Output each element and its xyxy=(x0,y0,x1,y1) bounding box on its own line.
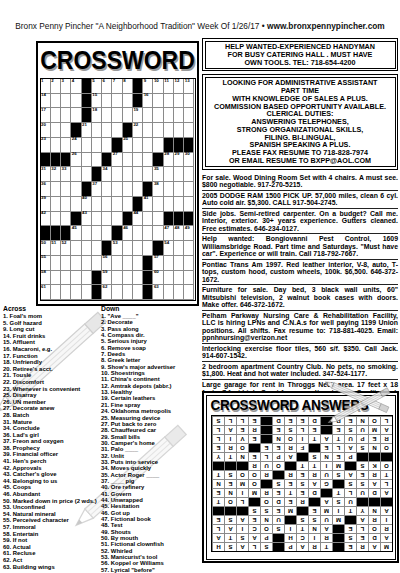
answer-cell: S xyxy=(344,425,356,434)
cell-number: 62 xyxy=(103,285,108,290)
grid-cell[interactable] xyxy=(153,226,163,241)
grid-cell[interactable]: 34 xyxy=(102,167,112,182)
answer-cell: L xyxy=(332,443,344,452)
grid-cell[interactable] xyxy=(102,108,112,123)
answer-black-cell xyxy=(296,452,308,461)
grid-cell[interactable] xyxy=(51,94,61,109)
clue-item: 25. Disarray xyxy=(3,392,98,399)
grid-cell[interactable] xyxy=(174,182,184,197)
grid-cell[interactable] xyxy=(153,108,163,123)
grid-cell[interactable]: 13 xyxy=(184,79,194,94)
grid-cell[interactable] xyxy=(123,241,133,256)
grid-cell[interactable] xyxy=(174,197,184,212)
grid-cell[interactable]: 26 xyxy=(71,153,81,168)
cell-number: 43 xyxy=(82,211,87,216)
grid-cell[interactable] xyxy=(61,138,71,153)
grid-cell[interactable]: 35 xyxy=(153,167,163,182)
grid-cell[interactable] xyxy=(164,256,174,271)
grid-cell[interactable]: 2 xyxy=(51,79,61,94)
cell-number: 63 xyxy=(154,285,159,290)
grid-cell[interactable] xyxy=(112,94,122,109)
grid-cell[interactable] xyxy=(82,241,92,256)
answer-cell: I xyxy=(332,506,344,515)
masthead-website: www.bronxpennypincher.com xyxy=(267,21,385,31)
cell-number: 41 xyxy=(144,196,149,201)
answer-black-cell xyxy=(344,461,356,470)
grid-cell[interactable] xyxy=(123,108,133,123)
grid-cell[interactable]: 54 xyxy=(164,241,174,256)
grid-cell[interactable] xyxy=(153,94,163,109)
grid-cell[interactable] xyxy=(92,241,102,256)
grid-cell[interactable]: 47 xyxy=(164,226,174,241)
grid-cell[interactable] xyxy=(112,285,122,300)
grid-cell[interactable] xyxy=(51,182,61,197)
answer-black-cell xyxy=(272,533,284,542)
cell-number: 54 xyxy=(164,241,169,246)
grid-cell[interactable] xyxy=(174,123,184,138)
grid-cell[interactable] xyxy=(164,108,174,123)
classified-ads-column: HELP WANTED-EXPERIENCED HANDYMANFOR BUSY… xyxy=(202,38,398,423)
grid-cell[interactable] xyxy=(71,271,81,286)
cell-number: 5 xyxy=(92,79,94,84)
classified-ad: For sale. Wood Dining Room Set with 4 ch… xyxy=(202,173,398,191)
answer-black-cell xyxy=(248,443,260,452)
boxed-ad: LOOKING FOR ADMINISTRATIVE ASSISTANTPART… xyxy=(202,74,398,169)
clue-item: 43. Catcher's glove xyxy=(3,471,98,478)
grid-cell[interactable] xyxy=(123,94,133,109)
grid-cell[interactable] xyxy=(71,94,81,109)
cell-number: 36 xyxy=(41,182,46,187)
answer-cell: L xyxy=(344,488,356,497)
grid-cell[interactable]: 25 xyxy=(123,138,133,153)
grid-cell[interactable] xyxy=(133,285,143,300)
grid-cell[interactable]: 27 xyxy=(112,153,122,168)
answer-cell: I xyxy=(308,533,320,542)
cell-number: 34 xyxy=(103,167,108,172)
grid-cell[interactable] xyxy=(61,123,71,138)
cell-number: 45 xyxy=(72,226,77,231)
grid-cell[interactable]: 22 xyxy=(133,123,143,138)
answer-cell: E xyxy=(248,416,260,425)
grid-cell[interactable]: 43 xyxy=(82,212,92,227)
answer-cell: E xyxy=(344,416,356,425)
answer-cell: O xyxy=(236,470,248,479)
grid-cell[interactable] xyxy=(61,182,71,197)
grid-cell[interactable]: 45 xyxy=(71,226,81,241)
grid-cell[interactable] xyxy=(92,226,102,241)
answer-black-cell xyxy=(308,443,320,452)
classified-ad: Interlocking exercise floor tiles, 560 s… xyxy=(202,344,398,362)
grid-cell[interactable] xyxy=(51,197,61,212)
answer-cell: A xyxy=(224,425,236,434)
grid-cell[interactable]: 63 xyxy=(153,285,163,300)
grid-cell[interactable]: 23 xyxy=(41,138,51,153)
grid-cell[interactable]: 51 xyxy=(51,241,61,256)
grid-cell[interactable]: 18 xyxy=(92,108,102,123)
grid-cell[interactable] xyxy=(153,197,163,212)
grid-cell[interactable]: 10 xyxy=(153,79,163,94)
answer-cell: T xyxy=(212,497,224,506)
grid-cell[interactable]: 29 xyxy=(174,153,184,168)
grid-cell[interactable] xyxy=(51,138,61,153)
grid-cell[interactable]: 7 xyxy=(112,79,122,94)
grid-cell[interactable] xyxy=(102,123,112,138)
grid-cell[interactable] xyxy=(92,212,102,227)
clue-item: 57. Immoral xyxy=(3,524,98,531)
grid-cell[interactable] xyxy=(164,197,174,212)
grid-cell[interactable] xyxy=(184,241,194,256)
answers-grid: MARETRAPSLASHADESRICHPASTAROLEANTISOCIAL… xyxy=(211,415,393,552)
grid-cell[interactable] xyxy=(51,123,61,138)
grid-cell[interactable] xyxy=(133,153,143,168)
grid-cell[interactable] xyxy=(82,153,92,168)
grid-cell[interactable] xyxy=(82,167,92,182)
grid-cell[interactable] xyxy=(153,138,163,153)
grid-cell[interactable] xyxy=(71,241,81,256)
answer-cell: T xyxy=(224,452,236,461)
grid-cell[interactable] xyxy=(174,108,184,123)
boxed-ad: HELP WANTED-EXPERIENCED HANDYMANFOR BUSY… xyxy=(202,38,398,71)
answer-cell: R xyxy=(260,470,272,479)
grid-cell[interactable] xyxy=(164,123,174,138)
grid-cell[interactable] xyxy=(143,226,153,241)
clue-item: 62. Act xyxy=(3,557,98,564)
grid-cell[interactable]: 21 xyxy=(82,123,92,138)
grid-cell[interactable]: 32 xyxy=(51,167,61,182)
grid-cell[interactable]: 48 xyxy=(174,226,184,241)
answer-cell: L xyxy=(260,452,272,461)
black-cell xyxy=(143,285,153,300)
grid-cell[interactable] xyxy=(51,212,61,227)
clue-item: 59. If not xyxy=(3,537,98,544)
answer-cell: P xyxy=(344,452,356,461)
grid-cell[interactable] xyxy=(164,271,174,286)
grid-cell[interactable] xyxy=(112,123,122,138)
grid-cell[interactable]: 33 xyxy=(61,167,71,182)
grid-cell[interactable]: 11 xyxy=(164,79,174,94)
grid-cell[interactable] xyxy=(174,256,184,271)
cell-number: 28 xyxy=(164,152,169,157)
answer-black-cell xyxy=(212,461,224,470)
cell-number: 25 xyxy=(123,137,128,142)
grid-cell[interactable]: 52 xyxy=(61,241,71,256)
grid-cell[interactable] xyxy=(143,241,153,256)
answer-cell: A xyxy=(284,452,296,461)
answer-black-cell xyxy=(344,515,356,524)
cell-number: 46 xyxy=(123,226,128,231)
answer-cell: E xyxy=(332,425,344,434)
answer-cell: E xyxy=(224,479,236,488)
grid-cell[interactable] xyxy=(133,241,143,256)
grid-cell[interactable]: 28 xyxy=(164,153,174,168)
cell-number: 29 xyxy=(174,152,179,157)
grid-cell[interactable] xyxy=(164,94,174,109)
grid-cell[interactable] xyxy=(92,256,102,271)
grid-cell[interactable] xyxy=(174,241,184,256)
grid-cell[interactable] xyxy=(143,153,153,168)
grid-cell[interactable] xyxy=(102,182,112,197)
classified-ad: Pontiac Trans Am 1997. Red leather inter… xyxy=(202,260,398,286)
grid-cell[interactable] xyxy=(82,256,92,271)
grid-cell[interactable]: 44 xyxy=(133,212,143,227)
answer-cell: A xyxy=(236,515,248,524)
answer-cell: N xyxy=(356,416,368,425)
grid-cell[interactable] xyxy=(184,94,194,109)
grid-cell[interactable]: 42 xyxy=(41,212,51,227)
grid-cell[interactable]: 61 xyxy=(41,285,51,300)
grid-cell[interactable] xyxy=(61,94,71,109)
grid-cell[interactable] xyxy=(174,285,184,300)
cell-number: 51 xyxy=(51,241,56,246)
black-cell xyxy=(82,108,92,123)
grid-cell[interactable] xyxy=(123,197,133,212)
answer-cell: M xyxy=(368,425,380,434)
answer-cell: O xyxy=(380,461,392,470)
cell-number: 26 xyxy=(72,152,77,157)
answer-cell: M xyxy=(320,506,332,515)
cell-number: 14 xyxy=(41,93,46,98)
grid-cell[interactable]: 41 xyxy=(143,197,153,212)
answer-black-cell xyxy=(284,461,296,470)
answer-cell: D xyxy=(308,416,320,425)
clue-item: 53. Unconfined xyxy=(3,504,98,511)
answer-cell: N xyxy=(272,434,284,443)
answer-cell: E xyxy=(284,479,296,488)
cell-number: 30 xyxy=(185,152,190,157)
grid-cell[interactable] xyxy=(82,226,92,241)
grid-cell[interactable] xyxy=(71,197,81,212)
grid-cell[interactable]: 17 xyxy=(41,108,51,123)
grid-cell[interactable] xyxy=(174,271,184,286)
grid-cell[interactable] xyxy=(112,271,122,286)
answer-cell: F xyxy=(296,443,308,452)
answer-black-cell xyxy=(356,452,368,461)
grid-cell[interactable] xyxy=(184,256,194,271)
grid-cell[interactable] xyxy=(133,182,143,197)
grid-cell[interactable] xyxy=(123,153,133,168)
grid-cell[interactable] xyxy=(51,271,61,286)
grid-cell[interactable] xyxy=(102,212,112,227)
answer-cell: T xyxy=(212,470,224,479)
clue-item: 60. Actual xyxy=(3,544,98,551)
grid-cell[interactable] xyxy=(61,285,71,300)
answer-cell: R xyxy=(248,461,260,470)
answer-cell: P xyxy=(356,434,368,443)
grid-cell[interactable] xyxy=(123,256,133,271)
grid-cell[interactable] xyxy=(133,226,143,241)
black-cell xyxy=(92,167,102,182)
answer-cell: G xyxy=(320,479,332,488)
grid-cell[interactable] xyxy=(71,108,81,123)
grid-cell[interactable] xyxy=(92,197,102,212)
classified-ad: Side jobs. Semi-retired carpenter. On a … xyxy=(202,209,398,235)
answer-cell: T xyxy=(296,524,308,533)
grid-cell[interactable]: 4 xyxy=(71,79,81,94)
grid-cell[interactable] xyxy=(112,167,122,182)
clue-item: 42. Approvals xyxy=(3,465,98,472)
grid-cell[interactable]: 3 xyxy=(61,79,71,94)
grid-cell[interactable] xyxy=(71,167,81,182)
cell-number: 53 xyxy=(113,241,118,246)
grid-cell[interactable] xyxy=(112,256,122,271)
answer-cell: S xyxy=(260,542,272,551)
cell-number: 55 xyxy=(41,255,46,260)
grid-cell[interactable] xyxy=(71,285,81,300)
answer-cell: R xyxy=(308,470,320,479)
answer-cell: O xyxy=(368,524,380,533)
grid-cell[interactable]: 53 xyxy=(112,241,122,256)
answer-cell: S xyxy=(296,479,308,488)
grid-cell[interactable] xyxy=(112,182,122,197)
across-clues: Across 1. Foal's mom5. Golf hazard9. Lon… xyxy=(3,305,98,570)
grid-cell[interactable] xyxy=(102,138,112,153)
answer-cell: A xyxy=(320,524,332,533)
answer-black-cell xyxy=(320,488,332,497)
grid-cell[interactable] xyxy=(61,256,71,271)
clue-item: 50. Marked down in price (2 wds.) xyxy=(3,498,98,505)
cell-number: 40 xyxy=(82,196,87,201)
grid-cell[interactable] xyxy=(82,271,92,286)
grid-cell[interactable] xyxy=(123,271,133,286)
grid-cell[interactable] xyxy=(123,182,133,197)
answer-black-cell xyxy=(356,497,368,506)
answer-cell: I xyxy=(236,524,248,533)
grid-cell[interactable] xyxy=(164,285,174,300)
grid-cell[interactable] xyxy=(143,212,153,227)
answer-cell: L xyxy=(356,524,368,533)
clue-item: 22. Discomfort xyxy=(3,379,98,386)
grid-cell[interactable] xyxy=(184,123,194,138)
grid-cell[interactable] xyxy=(61,197,71,212)
grid-cell[interactable] xyxy=(174,94,184,109)
answer-cell: O xyxy=(236,443,248,452)
answer-cell: I xyxy=(236,488,248,497)
answer-cell: D xyxy=(272,416,284,425)
clue-item: 18. Unfriendly xyxy=(3,359,98,366)
grid-cell[interactable] xyxy=(143,108,153,123)
grid-cell[interactable] xyxy=(61,271,71,286)
grid-cell[interactable] xyxy=(143,167,153,182)
grid-cell[interactable] xyxy=(92,123,102,138)
grid-cell[interactable]: 16 xyxy=(143,94,153,109)
answer-cell: I xyxy=(380,515,392,524)
answer-black-cell xyxy=(212,506,224,515)
grid-cell[interactable] xyxy=(112,197,122,212)
grid-cell[interactable] xyxy=(71,182,81,197)
grid-cell[interactable] xyxy=(164,167,174,182)
grid-cell[interactable]: 12 xyxy=(174,79,184,94)
answer-cell: I xyxy=(320,461,332,470)
grid-cell[interactable]: 30 xyxy=(184,153,194,168)
grid-cell[interactable] xyxy=(143,138,153,153)
crossword-puzzle-box: CROSSWORD 123456789101112131415161718192… xyxy=(36,41,199,306)
grid-cell[interactable] xyxy=(133,256,143,271)
answer-cell: T xyxy=(332,488,344,497)
black-cell xyxy=(82,94,92,109)
answer-cell: E xyxy=(296,488,308,497)
grid-cell[interactable] xyxy=(51,108,61,123)
grid-cell[interactable] xyxy=(102,94,112,109)
grid-cell[interactable] xyxy=(92,153,102,168)
grid-cell[interactable] xyxy=(184,167,194,182)
clue-item: 20. Retiree's acct. xyxy=(3,366,98,373)
answer-cell: U xyxy=(260,461,272,470)
grid-cell[interactable]: 31 xyxy=(41,167,51,182)
grid-cell[interactable] xyxy=(153,123,163,138)
grid-cell[interactable]: 46 xyxy=(123,226,133,241)
grid-cell[interactable] xyxy=(184,285,194,300)
grid-cell[interactable] xyxy=(82,285,92,300)
answer-cell: E xyxy=(248,452,260,461)
answer-cell: U xyxy=(344,434,356,443)
answer-cell: E xyxy=(248,434,260,443)
answer-cell: N xyxy=(368,506,380,515)
answer-black-cell xyxy=(320,416,332,425)
grid-cell[interactable] xyxy=(164,182,174,197)
answer-cell: S xyxy=(212,416,224,425)
grid-cell[interactable]: 49 xyxy=(184,226,194,241)
grid-cell[interactable] xyxy=(92,138,102,153)
grid-cell[interactable] xyxy=(61,212,71,227)
grid-cell[interactable] xyxy=(133,167,143,182)
grid-cell[interactable] xyxy=(184,182,194,197)
answer-cell: S xyxy=(356,461,368,470)
black-cell xyxy=(61,226,71,241)
grid-cell[interactable] xyxy=(184,271,194,286)
clue-item: 54. Natural mineral xyxy=(3,511,98,518)
grid-cell[interactable] xyxy=(71,256,81,271)
cell-number: 60 xyxy=(154,270,159,275)
grid-cell[interactable] xyxy=(153,212,163,227)
grid-cell[interactable] xyxy=(184,108,194,123)
grid-cell[interactable] xyxy=(102,197,112,212)
black-cell xyxy=(92,285,102,300)
grid-cell[interactable] xyxy=(174,167,184,182)
grid-cell[interactable]: 37 xyxy=(92,182,102,197)
grid-cell[interactable] xyxy=(61,108,71,123)
grid-cell[interactable] xyxy=(133,138,143,153)
answer-black-cell xyxy=(296,506,308,515)
grid-cell[interactable]: 19 xyxy=(133,108,143,123)
clue-item: 36. Lad's girl xyxy=(3,432,98,439)
grid-cell[interactable] xyxy=(123,285,133,300)
grid-cell[interactable] xyxy=(133,271,143,286)
grid-cell[interactable] xyxy=(82,138,92,153)
grid-cell[interactable] xyxy=(123,167,133,182)
grid-cell[interactable] xyxy=(143,123,153,138)
cell-number: 27 xyxy=(113,152,118,157)
grid-cell[interactable] xyxy=(51,285,61,300)
answer-cell: N xyxy=(224,488,236,497)
answer-cell: I xyxy=(284,524,296,533)
answer-cell: E xyxy=(320,443,332,452)
grid-cell[interactable] xyxy=(51,256,61,271)
cell-number: 31 xyxy=(41,167,46,172)
grid-cell[interactable]: 62 xyxy=(102,285,112,300)
answer-cell: R xyxy=(224,443,236,452)
answer-cell: P xyxy=(260,533,272,542)
grid-cell[interactable]: 8 xyxy=(123,79,133,94)
answer-cell: R xyxy=(368,470,380,479)
grid-cell[interactable] xyxy=(184,197,194,212)
grid-cell[interactable]: 6 xyxy=(102,79,112,94)
grid-cell[interactable]: 38 xyxy=(153,182,163,197)
grid-cell[interactable] xyxy=(102,226,112,241)
grid-cell[interactable] xyxy=(112,212,122,227)
answer-cell: D xyxy=(368,533,380,542)
grid-cell[interactable] xyxy=(112,108,122,123)
answer-cell: A xyxy=(368,479,380,488)
